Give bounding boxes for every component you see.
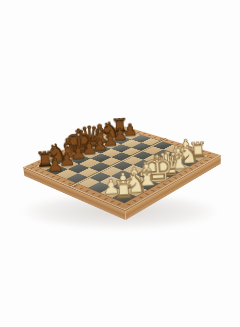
chessboard (23, 125, 221, 210)
chessboard-3d-wrapper (0, 64, 240, 258)
product-photo-chess-set: ♜♞♟♝♟♛♟♚♟♝♟♞♟♟♜♟♟♜♟♟♞♟♝♟♛♟♚♟♝♟♞♜ (0, 0, 240, 327)
scene-tilt-wrapper: ♜♞♟♝♟♛♟♚♟♝♟♞♟♟♜♟♟♜♟♟♞♟♝♟♛♟♚♟♝♟♞♜ (0, 0, 240, 327)
board-field (34, 128, 209, 203)
